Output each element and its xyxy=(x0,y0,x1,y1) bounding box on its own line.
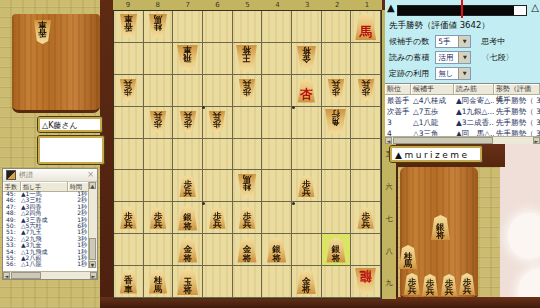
piece-kanji: 歩 xyxy=(243,88,252,97)
piece-kanji: 馬 xyxy=(359,25,372,40)
board-square[interactable] xyxy=(351,234,381,266)
board-square[interactable] xyxy=(322,202,352,234)
piece-kanji: 兵 xyxy=(124,79,133,88)
candidate-cell: ▲1九銀△... xyxy=(454,106,494,117)
board-square[interactable] xyxy=(233,11,263,43)
piece-kanji: 将 xyxy=(183,222,192,231)
piece-kanji: 歩 xyxy=(154,120,163,129)
piece-kanji: 将 xyxy=(302,285,311,294)
piece-kanji: 将 xyxy=(272,254,281,263)
candidate-row[interactable]: 3△1八龍▲3二成香...先手勝勢（ 3722） xyxy=(385,117,540,128)
kifu-vscroll-thumb[interactable] xyxy=(89,238,96,260)
piece-kanji: 兵 xyxy=(361,220,370,229)
scroll-up-icon[interactable]: ▲ xyxy=(89,182,96,189)
analysis-panel: ▲ △ 先手勝勢（評価値 3642） 候補手の数 5手 ▼ 思考中 読みの蓄積 … xyxy=(385,0,540,143)
board-square[interactable] xyxy=(322,43,352,75)
dropdown-value: 無し xyxy=(436,68,458,79)
kifu-window[interactable]: 棋譜 × 手数 指し手 時間 45:▲1一馬1秒46:△3三桂2秒47:▲3四香… xyxy=(2,168,98,280)
board-square[interactable] xyxy=(322,266,352,298)
board-square[interactable]: 馬 xyxy=(351,11,381,43)
board-square[interactable] xyxy=(144,75,174,107)
shogi-piece-金将[interactable]: 金将 xyxy=(296,46,317,71)
board-square[interactable] xyxy=(173,75,203,107)
board-square[interactable] xyxy=(262,107,292,139)
board-square[interactable]: 歩兵 xyxy=(351,202,381,234)
shogi-piece-香車[interactable]: 香車 xyxy=(119,270,138,294)
piece-kanji: 杏 xyxy=(300,87,313,102)
piece-kanji: 歩 xyxy=(332,88,341,97)
scroll-down-icon[interactable]: ▼ xyxy=(89,261,96,268)
piece-kanji: 馬 xyxy=(154,14,163,23)
board-square[interactable] xyxy=(351,107,381,139)
board-square[interactable]: 金将 xyxy=(233,234,263,266)
piece-kanji: 龍 xyxy=(359,268,372,283)
setting-label: 定跡の利用 xyxy=(389,67,429,80)
piece-kanji: 将 xyxy=(436,231,445,240)
shogi-piece-歩兵[interactable]: 歩兵 xyxy=(208,111,226,133)
shogi-piece-歩兵[interactable]: 歩兵 xyxy=(149,207,167,229)
kifu-hscroll-thumb[interactable] xyxy=(11,272,41,279)
chevron-down-icon[interactable]: ▼ xyxy=(458,68,470,79)
setting-label: 候補手の数 xyxy=(389,35,429,48)
dropdown-value: 5手 xyxy=(436,36,458,47)
file-labels: 987654321 xyxy=(113,0,382,10)
board-square[interactable] xyxy=(173,11,203,43)
piece-kanji: 兵 xyxy=(463,286,472,295)
piece-kanji: 香 xyxy=(38,29,47,38)
candidate-cell: 最善手 xyxy=(385,95,411,106)
col-move: 候補手 xyxy=(411,84,454,94)
piece-kanji: 桂 xyxy=(243,182,252,191)
file-label: 5 xyxy=(233,0,263,10)
board-square[interactable] xyxy=(292,107,322,139)
gote-name-plate: △K藤さん xyxy=(37,116,103,133)
kifu-move-list[interactable]: 45:▲1一馬1秒46:△3三桂2秒47:▲3四香1秒48:△2四角2秒49:▲… xyxy=(3,191,89,268)
board-square[interactable] xyxy=(203,266,233,298)
shogi-piece-歩兵[interactable]: 歩兵 xyxy=(238,207,256,229)
board-square[interactable] xyxy=(322,11,352,43)
sente-name-plate: ▲murizeme xyxy=(389,145,483,163)
board-square[interactable]: 玉将 xyxy=(173,266,203,298)
board-square[interactable]: 金将 xyxy=(292,43,322,75)
background-decor xyxy=(500,143,540,308)
kifu-horizontal-scrollbar[interactable]: ◄ ► xyxy=(3,271,97,279)
piece-kanji: 馬 xyxy=(154,285,163,294)
board-square[interactable] xyxy=(203,234,233,266)
piece-kanji: 車 xyxy=(38,20,47,29)
board-square[interactable]: 歩兵 xyxy=(144,107,174,139)
candidate-table-header: 順位 候補手 読み筋 形勢（評価値） xyxy=(385,84,540,95)
piece-kanji: 兵 xyxy=(445,287,454,296)
piece-kanji: 歩 xyxy=(183,120,192,129)
piece-kanji: 歩 xyxy=(361,88,370,97)
shogi-piece-歩兵[interactable]: 歩兵 xyxy=(119,79,137,101)
table-horizontal-scrollbar[interactable]: ◄ ► xyxy=(385,136,540,144)
shogi-piece-銀将[interactable]: 銀将 xyxy=(325,237,346,262)
chevron-down-icon[interactable]: ▼ xyxy=(458,52,470,63)
shogi-piece-歩兵[interactable]: 歩兵 xyxy=(357,79,375,101)
shogi-piece-馬[interactable]: 馬 xyxy=(354,13,377,40)
board-square[interactable]: 金将 xyxy=(292,266,322,298)
kifu-cell: 1秒 xyxy=(67,261,89,267)
board-star-point xyxy=(202,202,205,205)
board-square[interactable]: 香車 xyxy=(114,266,144,298)
piece-kanji: 桂 xyxy=(154,23,163,32)
board-square[interactable] xyxy=(292,139,322,171)
board-square[interactable] xyxy=(292,202,322,234)
board-square[interactable]: 金将 xyxy=(173,234,203,266)
file-label: 2 xyxy=(322,0,352,10)
board-square[interactable] xyxy=(203,170,233,202)
shogi-piece-歩兵[interactable]: 歩兵 xyxy=(119,207,137,229)
piece-kanji: 歩 xyxy=(124,88,133,97)
board-square[interactable]: 杏 xyxy=(292,75,322,107)
board-star-point xyxy=(292,202,295,205)
rank-label: 八 xyxy=(382,235,396,267)
candidate-cell: 先手勝勢（ 3507） xyxy=(494,106,540,117)
rank-label: 七 xyxy=(382,203,396,235)
board-square[interactable] xyxy=(233,266,263,298)
piece-kanji: 兵 xyxy=(332,79,341,88)
board-square[interactable]: 桂馬 xyxy=(233,170,263,202)
decor-blob xyxy=(508,213,540,259)
file-label: 1 xyxy=(352,0,382,10)
evaluation-bar-fill xyxy=(398,6,514,15)
piece-kanji: 将 xyxy=(243,45,252,54)
file-label: 8 xyxy=(143,0,173,10)
shogi-piece-金将[interactable]: 金将 xyxy=(296,269,317,294)
scroll-right-icon[interactable]: ► xyxy=(533,137,540,144)
board-square[interactable] xyxy=(322,139,352,171)
board-square[interactable] xyxy=(292,11,322,43)
shogi-piece-歩兵[interactable]: 歩兵 xyxy=(357,207,375,229)
file-label: 9 xyxy=(113,0,143,10)
candidate-row[interactable]: 次善手△7五歩▲1九銀△...先手勝勢（ 3507） xyxy=(385,106,540,117)
board-square[interactable]: 銀将 xyxy=(173,202,203,234)
board-square[interactable]: 歩兵 xyxy=(173,170,203,202)
shogi-piece-歩兵[interactable]: 歩兵 xyxy=(238,79,256,101)
board-square[interactable] xyxy=(233,139,263,171)
board-square[interactable]: 桂馬 xyxy=(144,266,174,298)
piece-kanji: 馬 xyxy=(404,260,413,269)
board-square[interactable]: 歩兵 xyxy=(114,75,144,107)
shogi-piece-銀将[interactable]: 銀将 xyxy=(177,205,198,230)
piece-kanji: 金 xyxy=(302,54,311,63)
board-grid[interactable]: 香車桂馬馬飛車王将金将歩兵歩兵杏歩兵歩兵歩兵歩兵歩兵角行歩兵桂馬歩兵歩兵歩兵銀将… xyxy=(113,10,382,299)
setting-label: 読みの蓄積 xyxy=(389,51,429,64)
close-icon[interactable]: × xyxy=(87,171,94,179)
board-square[interactable] xyxy=(203,43,233,75)
app-window: 987654321 一二三四五六七八九 香車桂馬馬飛車王将金将歩兵歩兵杏歩兵歩兵… xyxy=(0,0,540,308)
col-pv: 読み筋 xyxy=(454,84,494,94)
board-square[interactable] xyxy=(262,202,292,234)
board-square[interactable] xyxy=(262,266,292,298)
board-square[interactable]: 歩兵 xyxy=(292,170,322,202)
board-square[interactable]: 歩兵 xyxy=(114,202,144,234)
kifu-titlebar[interactable]: 棋譜 × xyxy=(3,169,97,182)
board-square[interactable]: 歩兵 xyxy=(351,75,381,107)
board-square[interactable] xyxy=(292,234,322,266)
kifu-cell: △1八龍 xyxy=(21,261,67,267)
candidate-table-body[interactable]: 最善手△4八桂成▲同金寄△...先手勝勢（ 3642）次善手△7五歩▲1九銀△.… xyxy=(385,95,540,139)
piece-kanji: 将 xyxy=(183,254,192,263)
shogi-piece-歩兵[interactable]: 歩兵 xyxy=(149,111,167,133)
shogi-piece-銀将[interactable]: 銀将 xyxy=(266,237,287,262)
piece-kanji: 兵 xyxy=(243,79,252,88)
shogi-piece-玉将[interactable]: 玉将 xyxy=(176,268,199,295)
candidate-cell: 3 xyxy=(385,117,411,128)
board-square[interactable] xyxy=(262,170,292,202)
board-square[interactable] xyxy=(114,107,144,139)
file-label: 6 xyxy=(203,0,233,10)
board-square[interactable]: 飛車 xyxy=(173,43,203,75)
board-square[interactable] xyxy=(144,234,174,266)
scroll-left-icon[interactable]: ◄ xyxy=(3,272,10,279)
shogi-piece-歩兵[interactable]: 歩兵 xyxy=(208,207,226,229)
board-square[interactable]: 銀将 xyxy=(262,234,292,266)
kifu-col-moveno: 手数 xyxy=(3,182,21,191)
piece-kanji: 将 xyxy=(332,254,341,263)
shogi-piece-王将[interactable]: 王将 xyxy=(235,45,258,72)
reading-dropdown[interactable]: 活用 ▼ xyxy=(435,51,471,64)
shogi-piece-金将[interactable]: 金将 xyxy=(236,237,257,262)
piece-kanji: 歩 xyxy=(213,120,222,129)
scroll-left-icon[interactable]: ◄ xyxy=(385,137,392,144)
board-square[interactable]: 王将 xyxy=(233,43,263,75)
board-square[interactable] xyxy=(262,43,292,75)
shogi-piece-歩兵[interactable]: 歩兵 xyxy=(327,79,345,101)
piece-kanji: 兵 xyxy=(154,220,163,229)
board-square[interactable] xyxy=(233,107,263,139)
rank-label: 六 xyxy=(382,171,396,203)
empty-name-plate xyxy=(37,135,105,165)
board-square[interactable] xyxy=(262,139,292,171)
board-square[interactable]: 桂馬 xyxy=(144,11,174,43)
board-square[interactable]: 歩兵 xyxy=(203,202,233,234)
board-square[interactable]: 歩兵 xyxy=(203,107,233,139)
candidate-cell: △1八龍 xyxy=(411,117,454,128)
setting-reading: 読みの蓄積 活用 ▼ 〈七段〉 xyxy=(389,51,513,64)
board-square[interactable] xyxy=(144,139,174,171)
board-square[interactable] xyxy=(144,170,174,202)
kifu-window-title: 棋譜 xyxy=(19,170,84,180)
kifu-vertical-scrollbar[interactable]: ▲ ▼ xyxy=(88,182,97,268)
piece-kanji: 飛 xyxy=(183,54,192,63)
kifu-cell: 56: xyxy=(3,261,21,267)
board-square[interactable] xyxy=(203,75,233,107)
board-square[interactable]: 龍 xyxy=(351,266,381,298)
sente-mark-icon: ▲ xyxy=(387,2,395,13)
joseki-dropdown[interactable]: 無し ▼ xyxy=(435,67,471,80)
shogi-piece-杏[interactable]: 杏 xyxy=(297,78,316,102)
piece-kanji: 車 xyxy=(124,285,133,294)
kifu-col-move: 指し手 xyxy=(21,182,68,191)
board-square[interactable] xyxy=(114,170,144,202)
piece-kanji: 兵 xyxy=(124,220,133,229)
candidate-row[interactable]: 最善手△4八桂成▲同金寄△...先手勝勢（ 3642） xyxy=(385,95,540,106)
candidate-cell: △4八桂成 xyxy=(411,95,454,106)
piece-kanji: 兵 xyxy=(213,111,222,120)
candidate-cell: 次善手 xyxy=(385,106,411,117)
board-square[interactable]: 歩兵 xyxy=(322,75,352,107)
shogi-piece-角行[interactable]: 角行 xyxy=(324,109,347,135)
board-square[interactable] xyxy=(262,11,292,43)
scroll-right-icon[interactable]: ► xyxy=(90,272,97,279)
file-label: 7 xyxy=(173,0,203,10)
board-square[interactable]: 角行 xyxy=(322,107,352,139)
piece-kanji: 兵 xyxy=(361,79,370,88)
board-square[interactable] xyxy=(114,234,144,266)
shogi-piece-歩兵[interactable]: 歩兵 xyxy=(297,175,315,197)
board-square[interactable] xyxy=(351,139,381,171)
kifu-move-row[interactable]: 56:△1八龍1秒 xyxy=(3,261,89,267)
evaluation-text: 先手勝勢（評価値 3642） xyxy=(389,20,490,32)
candidate-cell: 先手勝勢（ 3642） xyxy=(494,95,540,106)
board-square[interactable]: 歩兵 xyxy=(233,202,263,234)
piece-kanji: 車 xyxy=(183,45,192,54)
piece-kanji: 将 xyxy=(243,254,252,263)
piece-kanji: 香 xyxy=(124,23,133,32)
board-square[interactable] xyxy=(203,11,233,43)
board-square[interactable] xyxy=(262,75,292,107)
shogi-piece-金将[interactable]: 金将 xyxy=(177,237,198,262)
board-square[interactable] xyxy=(351,43,381,75)
shogi-piece-香車[interactable]: 香車 xyxy=(119,14,138,38)
shogi-piece-桂馬[interactable]: 桂馬 xyxy=(237,174,257,198)
thinking-status: 思考中 xyxy=(481,35,505,48)
candidates-dropdown[interactable]: 5手 ▼ xyxy=(435,35,471,48)
board-square[interactable]: 銀将 xyxy=(322,234,352,266)
setting-joseki: 定跡の利用 無し ▼ xyxy=(389,67,471,80)
shogi-piece-飛車[interactable]: 飛車 xyxy=(176,45,199,71)
board-square[interactable] xyxy=(173,139,203,171)
shogi-piece-歩兵[interactable]: 歩兵 xyxy=(179,175,197,197)
file-label: 4 xyxy=(262,0,292,10)
setting-candidates: 候補手の数 5手 ▼ 思考中 xyxy=(389,35,505,48)
board-square[interactable] xyxy=(144,43,174,75)
board-square[interactable] xyxy=(322,170,352,202)
engine-rank: 〈七段〉 xyxy=(481,51,513,64)
gote-piece-stand xyxy=(12,14,100,113)
board-square[interactable] xyxy=(114,43,144,75)
board-square[interactable]: 香車 xyxy=(114,11,144,43)
piece-kanji: 兵 xyxy=(183,188,192,197)
evaluation-marker xyxy=(461,0,463,18)
file-label: 3 xyxy=(292,0,322,10)
piece-kanji: 兵 xyxy=(243,220,252,229)
col-rank: 順位 xyxy=(385,84,411,94)
piece-kanji: 王 xyxy=(243,53,252,62)
board-star-point xyxy=(202,106,205,109)
piece-kanji: 兵 xyxy=(213,220,222,229)
board-square[interactable] xyxy=(203,139,233,171)
board-square[interactable] xyxy=(114,139,144,171)
candidate-cell: 先手勝勢（ 3722） xyxy=(494,117,540,128)
candidate-cell: ▲同金寄△... xyxy=(454,95,494,106)
candidate-cell: △7五歩 xyxy=(411,106,454,117)
board-square[interactable] xyxy=(351,170,381,202)
piece-kanji: 兵 xyxy=(154,111,163,120)
piece-kanji: 兵 xyxy=(183,111,192,120)
shogi-piece-桂馬[interactable]: 桂馬 xyxy=(148,270,168,294)
candidate-cell: ▲3二成香... xyxy=(454,117,494,128)
rank-label: 九 xyxy=(382,267,396,299)
board-square[interactable]: 歩兵 xyxy=(144,202,174,234)
dropdown-value: 活用 xyxy=(436,52,458,63)
col-eval: 形勢（評価値） xyxy=(494,84,540,94)
piece-kanji: 行 xyxy=(332,109,341,118)
board-square[interactable]: 歩兵 xyxy=(233,75,263,107)
board-square[interactable]: 歩兵 xyxy=(173,107,203,139)
shogi-piece-桂馬[interactable]: 桂馬 xyxy=(148,14,168,38)
piece-kanji: 兵 xyxy=(426,287,435,296)
shogi-piece-歩兵[interactable]: 歩兵 xyxy=(179,111,197,133)
shogi-piece-龍[interactable]: 龍 xyxy=(354,268,377,295)
candidate-moves-table[interactable]: 順位 候補手 読み筋 形勢（評価値） 最善手△4八桂成▲同金寄△...先手勝勢（… xyxy=(385,83,540,144)
piece-kanji: 兵 xyxy=(302,188,311,197)
piece-kanji: 馬 xyxy=(243,174,252,183)
board-star-point xyxy=(292,106,295,109)
piece-kanji: 将 xyxy=(302,46,311,55)
piece-kanji: 車 xyxy=(124,14,133,23)
piece-kanji: 角 xyxy=(332,118,341,127)
kifu-window-icon xyxy=(6,170,16,180)
gote-mark-icon: △ xyxy=(531,2,539,13)
table-hscroll-thumb[interactable] xyxy=(393,137,493,144)
chevron-down-icon[interactable]: ▼ xyxy=(458,36,470,47)
piece-kanji: 将 xyxy=(183,286,192,295)
piece-kanji: 兵 xyxy=(408,286,417,295)
